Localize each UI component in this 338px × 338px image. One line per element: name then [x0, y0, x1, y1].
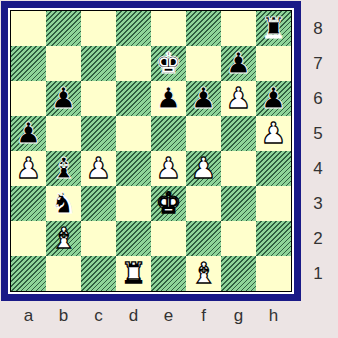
piece-black-pawn[interactable]: ♟ [256, 81, 291, 116]
square-c4[interactable]: ♟ [81, 151, 116, 186]
file-label-h: h [256, 304, 291, 328]
file-label-c: c [81, 304, 116, 328]
piece-black-pawn[interactable]: ♟ [46, 81, 81, 116]
square-f8[interactable] [186, 11, 221, 46]
square-a4[interactable]: ♟ [11, 151, 46, 186]
piece-white-pawn[interactable]: ♟ [151, 151, 186, 186]
square-e6[interactable]: ♟ [151, 81, 186, 116]
square-c1[interactable] [81, 256, 116, 291]
square-a1[interactable] [11, 256, 46, 291]
square-g2[interactable] [221, 221, 256, 256]
square-b8[interactable] [46, 11, 81, 46]
piece-white-pawn[interactable]: ♟ [221, 81, 256, 116]
square-b4[interactable]: ♝ [46, 151, 81, 186]
square-b2[interactable]: ♝ [46, 221, 81, 256]
square-g8[interactable] [221, 11, 256, 46]
file-label-g: g [221, 304, 256, 328]
square-e3[interactable]: ♚ [151, 186, 186, 221]
square-f1[interactable]: ♝ [186, 256, 221, 291]
square-c5[interactable] [81, 116, 116, 151]
piece-black-pawn[interactable]: ♟ [151, 81, 186, 116]
square-a7[interactable] [11, 46, 46, 81]
square-h6[interactable]: ♟ [256, 81, 291, 116]
piece-black-pawn[interactable]: ♟ [221, 46, 256, 81]
square-d4[interactable] [116, 151, 151, 186]
square-f6[interactable]: ♟ [186, 81, 221, 116]
square-f5[interactable] [186, 116, 221, 151]
piece-white-pawn[interactable]: ♟ [256, 116, 291, 151]
square-e8[interactable] [151, 11, 186, 46]
rank-labels: 87654321 [303, 11, 333, 291]
square-g7[interactable]: ♟ [221, 46, 256, 81]
rank-label-4: 4 [303, 151, 333, 186]
square-h7[interactable] [256, 46, 291, 81]
square-h4[interactable] [256, 151, 291, 186]
square-h5[interactable]: ♟ [256, 116, 291, 151]
piece-white-bishop[interactable]: ♝ [46, 221, 81, 256]
piece-white-pawn[interactable]: ♟ [11, 151, 46, 186]
square-f2[interactable] [186, 221, 221, 256]
file-label-a: a [11, 304, 46, 328]
square-a5[interactable]: ♟ [11, 116, 46, 151]
square-d6[interactable] [116, 81, 151, 116]
square-g5[interactable] [221, 116, 256, 151]
square-b7[interactable] [46, 46, 81, 81]
rank-label-2: 2 [303, 221, 333, 256]
square-h2[interactable] [256, 221, 291, 256]
piece-white-pawn[interactable]: ♟ [186, 151, 221, 186]
square-a6[interactable] [11, 81, 46, 116]
square-d1[interactable]: ♜ [116, 256, 151, 291]
square-g3[interactable] [221, 186, 256, 221]
piece-white-rook[interactable]: ♜ [116, 256, 151, 291]
board-frame: ♜♚♟♟♟♟♟♟♟♟♟♝♟♟♟♞♚♝♜♝ [1, 1, 301, 301]
square-d2[interactable] [116, 221, 151, 256]
board-frame-inner-line: ♜♚♟♟♟♟♟♟♟♟♟♝♟♟♟♞♚♝♜♝ [8, 8, 294, 294]
file-label-b: b [46, 304, 81, 328]
square-e1[interactable] [151, 256, 186, 291]
chess-board: ♜♚♟♟♟♟♟♟♟♟♟♝♟♟♟♞♚♝♜♝ [10, 10, 292, 292]
square-d3[interactable] [116, 186, 151, 221]
square-b5[interactable] [46, 116, 81, 151]
piece-black-bishop[interactable]: ♝ [46, 151, 81, 186]
square-g1[interactable] [221, 256, 256, 291]
piece-black-knight[interactable]: ♞ [46, 186, 81, 221]
piece-black-pawn[interactable]: ♟ [11, 116, 46, 151]
square-b3[interactable]: ♞ [46, 186, 81, 221]
square-e2[interactable] [151, 221, 186, 256]
piece-white-bishop[interactable]: ♝ [186, 256, 221, 291]
square-c7[interactable] [81, 46, 116, 81]
rank-label-7: 7 [303, 46, 333, 81]
piece-black-rook[interactable]: ♜ [256, 11, 291, 46]
square-d8[interactable] [116, 11, 151, 46]
piece-black-king[interactable]: ♚ [151, 46, 186, 81]
square-f7[interactable] [186, 46, 221, 81]
square-b1[interactable] [46, 256, 81, 291]
square-c6[interactable] [81, 81, 116, 116]
square-e5[interactable] [151, 116, 186, 151]
square-c3[interactable] [81, 186, 116, 221]
square-h3[interactable] [256, 186, 291, 221]
rank-label-6: 6 [303, 81, 333, 116]
square-c2[interactable] [81, 221, 116, 256]
chess-diagram: ♜♚♟♟♟♟♟♟♟♟♟♝♟♟♟♞♚♝♜♝ abcdefgh 87654321 [0, 0, 338, 338]
square-a8[interactable] [11, 11, 46, 46]
square-d5[interactable] [116, 116, 151, 151]
rank-label-3: 3 [303, 186, 333, 221]
square-c8[interactable] [81, 11, 116, 46]
square-a3[interactable] [11, 186, 46, 221]
square-e4[interactable]: ♟ [151, 151, 186, 186]
square-h8[interactable]: ♜ [256, 11, 291, 46]
piece-black-pawn[interactable]: ♟ [186, 81, 221, 116]
square-f3[interactable] [186, 186, 221, 221]
square-g4[interactable] [221, 151, 256, 186]
square-g6[interactable]: ♟ [221, 81, 256, 116]
file-labels: abcdefgh [11, 304, 291, 328]
square-a2[interactable] [11, 221, 46, 256]
file-label-e: e [151, 304, 186, 328]
file-label-f: f [186, 304, 221, 328]
square-f4[interactable]: ♟ [186, 151, 221, 186]
rank-label-8: 8 [303, 11, 333, 46]
piece-white-pawn[interactable]: ♟ [81, 151, 116, 186]
square-b6[interactable]: ♟ [46, 81, 81, 116]
square-e7[interactable]: ♚ [151, 46, 186, 81]
square-h1[interactable] [256, 256, 291, 291]
square-d7[interactable] [116, 46, 151, 81]
rank-label-5: 5 [303, 116, 333, 151]
file-label-d: d [116, 304, 151, 328]
rank-label-1: 1 [303, 256, 333, 291]
piece-white-king[interactable]: ♚ [151, 186, 186, 221]
